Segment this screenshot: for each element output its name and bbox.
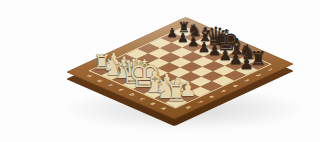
white-rook: ♜: [165, 82, 187, 106]
chess-set-photo: HGFEDCBA12345678 ♜♞♝♛♚♝♞♜♟♟♟♟♟♟♟♟♟♟♟♟♟♟♟…: [0, 0, 320, 142]
black-pawn: ♟: [239, 56, 254, 72]
pieces-layer: ♜♞♝♛♚♝♞♜♟♟♟♟♟♟♟♟♟♟♟♟♟♟♟♟♜♞♝♛♚♝♞♜: [0, 0, 320, 142]
